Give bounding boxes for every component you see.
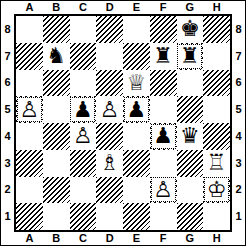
rank-label-8: 8: [232, 16, 245, 43]
chess-diagram: ABCDEFGH 87654321 ♚♞♜♜♕♙♟♙♟♙♟♛♗♖♙♔ 87654…: [0, 0, 246, 246]
piece-white-queen: ♕: [125, 71, 148, 94]
square-f3[interactable]: [150, 150, 177, 177]
square-b7[interactable]: ♞: [43, 43, 70, 70]
square-a5[interactable]: ♙: [16, 96, 43, 123]
rank-label-6: 6: [1, 70, 14, 97]
piece-black-rook: ♜: [152, 45, 175, 68]
square-d6[interactable]: [96, 70, 123, 97]
rank-label-3: 3: [232, 150, 245, 177]
square-h3[interactable]: ♖: [203, 150, 230, 177]
square-d4[interactable]: [96, 123, 123, 150]
file-label-c: C: [70, 1, 97, 14]
square-g5[interactable]: [177, 96, 204, 123]
square-g8[interactable]: ♚: [177, 16, 204, 43]
file-label-c: C: [70, 232, 97, 245]
square-h4[interactable]: [203, 123, 230, 150]
file-label-b: B: [43, 232, 70, 245]
square-b8[interactable]: [43, 16, 70, 43]
square-h8[interactable]: [203, 16, 230, 43]
square-h5[interactable]: [203, 96, 230, 123]
square-c1[interactable]: [70, 203, 97, 230]
square-f5[interactable]: [150, 96, 177, 123]
file-label-f: F: [150, 232, 177, 245]
file-label-a: A: [16, 1, 43, 14]
square-b6[interactable]: [43, 70, 70, 97]
square-g6[interactable]: [177, 70, 204, 97]
square-g1[interactable]: [177, 203, 204, 230]
square-g2[interactable]: [177, 177, 204, 204]
piece-white-rook: ♖: [205, 152, 228, 175]
rank-label-8: 8: [1, 16, 14, 43]
piece-white-pawn: ♙: [17, 97, 42, 122]
square-d2[interactable]: [96, 177, 123, 204]
square-b1[interactable]: [43, 203, 70, 230]
piece-black-knight: ♞: [45, 45, 68, 68]
square-f6[interactable]: [150, 70, 177, 97]
square-f8[interactable]: [150, 16, 177, 43]
square-d8[interactable]: [96, 16, 123, 43]
square-f2[interactable]: ♙: [150, 177, 177, 204]
piece-black-rook: ♜: [177, 44, 202, 69]
piece-white-bishop: ♗: [98, 152, 121, 175]
file-label-g: G: [177, 1, 204, 14]
piece-white-pawn: ♙: [71, 125, 94, 148]
piece-white-pawn: ♙: [98, 98, 121, 121]
rank-label-1: 1: [1, 203, 14, 230]
file-label-g: G: [177, 232, 204, 245]
square-d7[interactable]: [96, 43, 123, 70]
rank-label-7: 7: [232, 43, 245, 70]
square-b2[interactable]: [43, 177, 70, 204]
square-h1[interactable]: [203, 203, 230, 230]
square-a7[interactable]: [16, 43, 43, 70]
square-g3[interactable]: [177, 150, 204, 177]
square-d5[interactable]: ♙: [96, 96, 123, 123]
square-f4[interactable]: ♟: [150, 123, 177, 150]
square-c2[interactable]: [70, 177, 97, 204]
file-label-d: D: [96, 232, 123, 245]
piece-white-pawn: ♙: [151, 177, 176, 202]
square-a3[interactable]: [16, 150, 43, 177]
square-g4[interactable]: ♛: [177, 123, 204, 150]
square-e2[interactable]: [123, 177, 150, 204]
rank-label-2: 2: [1, 177, 14, 204]
square-c5[interactable]: ♟: [70, 96, 97, 123]
file-label-f: F: [150, 1, 177, 14]
square-b4[interactable]: [43, 123, 70, 150]
file-labels-bottom: ABCDEFGH: [14, 232, 232, 245]
square-a4[interactable]: [16, 123, 43, 150]
piece-white-king: ♔: [204, 177, 229, 202]
square-a6[interactable]: [16, 70, 43, 97]
piece-black-pawn: ♟: [70, 97, 95, 122]
rank-label-4: 4: [1, 123, 14, 150]
square-f7[interactable]: ♜: [150, 43, 177, 70]
square-e7[interactable]: [123, 43, 150, 70]
square-e6[interactable]: ♕: [123, 70, 150, 97]
piece-black-queen: ♛: [178, 125, 201, 148]
piece-black-king: ♚: [178, 18, 201, 41]
piece-black-pawn: ♟: [124, 97, 149, 122]
square-e8[interactable]: [123, 16, 150, 43]
chess-board: ♚♞♜♜♕♙♟♙♟♙♟♛♗♖♙♔: [14, 14, 232, 232]
rank-labels-left: 87654321: [1, 14, 14, 232]
square-c4[interactable]: ♙: [70, 123, 97, 150]
file-label-d: D: [96, 1, 123, 14]
square-e3[interactable]: [123, 150, 150, 177]
rank-label-5: 5: [1, 96, 14, 123]
square-e4[interactable]: [123, 123, 150, 150]
file-labels-top: ABCDEFGH: [14, 1, 232, 14]
rank-label-1: 1: [232, 203, 245, 230]
square-f1[interactable]: [150, 203, 177, 230]
square-c3[interactable]: [70, 150, 97, 177]
file-label-e: E: [123, 232, 150, 245]
piece-black-pawn: ♟: [151, 124, 176, 149]
file-label-e: E: [123, 1, 150, 14]
square-a2[interactable]: [16, 177, 43, 204]
rank-label-3: 3: [1, 150, 14, 177]
square-g7[interactable]: ♜: [177, 43, 204, 70]
square-d3[interactable]: ♗: [96, 150, 123, 177]
square-c6[interactable]: [70, 70, 97, 97]
rank-label-6: 6: [232, 70, 245, 97]
square-d1[interactable]: [96, 203, 123, 230]
square-e1[interactable]: [123, 203, 150, 230]
file-label-a: A: [16, 232, 43, 245]
square-c8[interactable]: [70, 16, 97, 43]
file-label-h: H: [203, 232, 230, 245]
rank-label-4: 4: [232, 123, 245, 150]
square-b3[interactable]: [43, 150, 70, 177]
square-h7[interactable]: [203, 43, 230, 70]
file-label-b: B: [43, 1, 70, 14]
rank-label-5: 5: [232, 96, 245, 123]
square-c7[interactable]: [70, 43, 97, 70]
square-b5[interactable]: [43, 96, 70, 123]
square-h6[interactable]: [203, 70, 230, 97]
rank-label-7: 7: [1, 43, 14, 70]
file-label-h: H: [203, 1, 230, 14]
rank-label-2: 2: [232, 177, 245, 204]
square-a8[interactable]: [16, 16, 43, 43]
rank-labels-right: 87654321: [232, 14, 245, 232]
square-a1[interactable]: [16, 203, 43, 230]
square-h2[interactable]: ♔: [203, 177, 230, 204]
square-e5[interactable]: ♟: [123, 96, 150, 123]
